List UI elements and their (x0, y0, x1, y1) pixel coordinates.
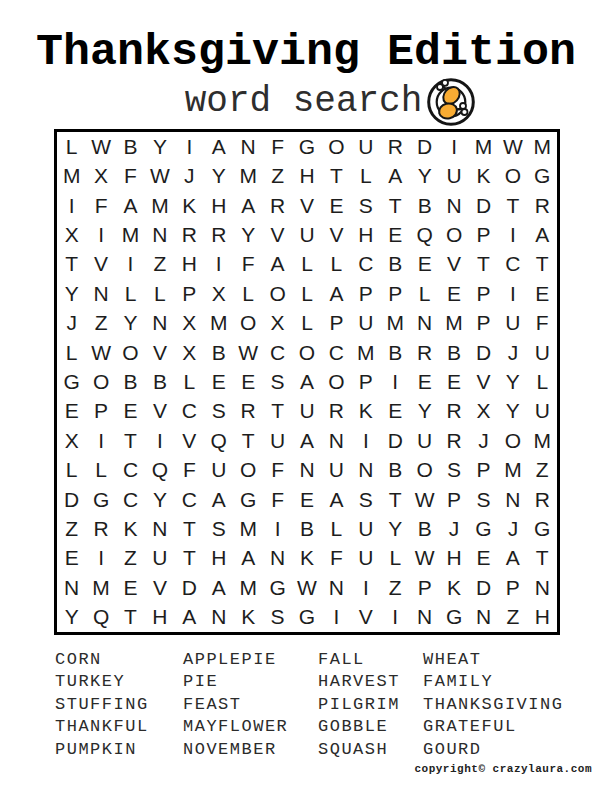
grid-cell-r6c6[interactable]: X (204, 279, 233, 308)
grid-cell-r13c17[interactable]: R (528, 485, 557, 514)
grid-cell-r7c7[interactable]: O (233, 308, 262, 337)
grid-cell-r2c4[interactable]: W (145, 161, 174, 190)
grid-cell-r12c2[interactable]: L (86, 456, 115, 485)
grid-cell-r16c12[interactable]: Z (381, 573, 410, 602)
grid-cell-r16c17[interactable]: N (528, 573, 557, 602)
grid-cell-r11c4[interactable]: I (145, 426, 174, 455)
grid-cell-r4c17[interactable]: A (528, 220, 557, 249)
grid-cell-r5c14[interactable]: V (439, 250, 468, 279)
grid-cell-r10c16[interactable]: Y (498, 397, 527, 426)
grid-cell-r2c10[interactable]: T (322, 161, 351, 190)
grid-cell-r10c10[interactable]: R (322, 397, 351, 426)
grid-cell-r14c7[interactable]: M (233, 514, 262, 543)
grid-cell-r12c17[interactable]: Z (528, 456, 557, 485)
grid-cell-r16c8[interactable]: G (263, 573, 292, 602)
grid-cell-r16c13[interactable]: P (410, 573, 439, 602)
grid-cell-r5c17[interactable]: T (528, 250, 557, 279)
word-list-item: STUFFING (55, 694, 149, 716)
grid-cell-r17c9[interactable]: G (292, 603, 321, 632)
grid-cell-r15c9[interactable]: K (292, 544, 321, 573)
grid-cell-r17c15[interactable]: N (469, 603, 498, 632)
grid-cell-r8c14[interactable]: B (439, 338, 468, 367)
grid-cell-r15c15[interactable]: E (469, 544, 498, 573)
grid-cell-r13c5[interactable]: C (175, 485, 204, 514)
grid-cell-r11c15[interactable]: J (469, 426, 498, 455)
grid-cell-r9c6[interactable]: E (204, 367, 233, 396)
grid-cell-r5c4[interactable]: Z (145, 250, 174, 279)
grid-cell-r15c6[interactable]: H (204, 544, 233, 573)
grid-cell-r1c2[interactable]: W (86, 132, 115, 161)
grid-cell-r13c12[interactable]: T (381, 485, 410, 514)
grid-cell-r9c12[interactable]: I (381, 367, 410, 396)
grid-cell-r7c6[interactable]: M (204, 308, 233, 337)
grid-cell-r7c15[interactable]: P (469, 308, 498, 337)
grid-cell-r3c5[interactable]: K (175, 191, 204, 220)
grid-cell-r10c5[interactable]: C (175, 397, 204, 426)
grid-cell-r13c3[interactable]: C (116, 485, 145, 514)
grid-cell-r10c4[interactable]: V (145, 397, 174, 426)
grid-cell-r13c15[interactable]: S (469, 485, 498, 514)
grid-cell-r1c8[interactable]: F (263, 132, 292, 161)
grid-cell-r6c11[interactable]: P (351, 279, 380, 308)
grid-cell-r14c4[interactable]: N (145, 514, 174, 543)
grid-cell-r15c3[interactable]: Z (116, 544, 145, 573)
grid-cell-r17c16[interactable]: Z (498, 603, 527, 632)
grid-cell-r11c1[interactable]: X (57, 426, 86, 455)
grid-cell-r10c7[interactable]: R (233, 397, 262, 426)
grid-cell-r3c7[interactable]: A (233, 191, 262, 220)
grid-cell-r11c3[interactable]: T (116, 426, 145, 455)
grid-cell-r2c5[interactable]: J (175, 161, 204, 190)
grid-cell-r1c6[interactable]: A (204, 132, 233, 161)
grid-cell-r15c17[interactable]: T (528, 544, 557, 573)
grid-cell-r2c7[interactable]: M (233, 161, 262, 190)
grid-cell-r16c5[interactable]: D (175, 573, 204, 602)
grid-cell-r14c15[interactable]: G (469, 514, 498, 543)
grid-cell-r17c13[interactable]: N (410, 603, 439, 632)
grid-cell-r7c4[interactable]: N (145, 308, 174, 337)
grid-cell-r8c3[interactable]: O (116, 338, 145, 367)
grid-cell-r13c7[interactable]: G (233, 485, 262, 514)
grid-cell-r14c9[interactable]: B (292, 514, 321, 543)
grid-cell-r16c14[interactable]: K (439, 573, 468, 602)
grid-cell-r14c12[interactable]: Y (381, 514, 410, 543)
grid-cell-r7c17[interactable]: F (528, 308, 557, 337)
grid-cell-r6c12[interactable]: P (381, 279, 410, 308)
grid-cell-r12c7[interactable]: O (233, 456, 262, 485)
grid-cell-r1c5[interactable]: I (175, 132, 204, 161)
grid-cell-r11c6[interactable]: Q (204, 426, 233, 455)
grid-cell-r9c14[interactable]: E (439, 367, 468, 396)
grid-cell-r13c13[interactable]: W (410, 485, 439, 514)
grid-cell-r8c15[interactable]: D (469, 338, 498, 367)
grid-cell-r10c14[interactable]: R (439, 397, 468, 426)
grid-cell-r16c11[interactable]: I (351, 573, 380, 602)
grid-cell-r9c9[interactable]: A (292, 367, 321, 396)
grid-cell-r16c3[interactable]: E (116, 573, 145, 602)
grid-cell-r1c1[interactable]: L (57, 132, 86, 161)
grid-cell-r8c7[interactable]: W (233, 338, 262, 367)
grid-cell-r5c10[interactable]: L (322, 250, 351, 279)
grid-cell-r5c3[interactable]: I (116, 250, 145, 279)
grid-cell-r13c9[interactable]: E (292, 485, 321, 514)
grid-cell-r15c7[interactable]: A (233, 544, 262, 573)
grid-cell-r9c7[interactable]: E (233, 367, 262, 396)
grid-cell-r11c10[interactable]: N (322, 426, 351, 455)
grid-cell-r2c6[interactable]: Y (204, 161, 233, 190)
grid-cell-r7c11[interactable]: U (351, 308, 380, 337)
grid-cell-r7c9[interactable]: L (292, 308, 321, 337)
grid-cell-r9c2[interactable]: O (86, 367, 115, 396)
grid-cell-r7c14[interactable]: M (439, 308, 468, 337)
grid-cell-r13c16[interactable]: N (498, 485, 527, 514)
grid-cell-r1c7[interactable]: N (233, 132, 262, 161)
grid-cell-r3c3[interactable]: A (116, 191, 145, 220)
grid-cell-r2c17[interactable]: G (528, 161, 557, 190)
grid-cell-r3c8[interactable]: R (263, 191, 292, 220)
grid-cell-r15c12[interactable]: L (381, 544, 410, 573)
grid-cell-r7c12[interactable]: M (381, 308, 410, 337)
grid-cell-r14c10[interactable]: L (322, 514, 351, 543)
subtitle-row: word search (0, 76, 612, 128)
word-list-item: FALL (318, 649, 400, 671)
grid-cell-r1c11[interactable]: U (351, 132, 380, 161)
grid-cell-r10c6[interactable]: S (204, 397, 233, 426)
grid-cell-r4c14[interactable]: O (439, 220, 468, 249)
grid-cell-r11c2[interactable]: I (86, 426, 115, 455)
grid-cell-r4c16[interactable]: I (498, 220, 527, 249)
grid-cell-r2c14[interactable]: U (439, 161, 468, 190)
grid-cell-r14c13[interactable]: B (410, 514, 439, 543)
grid-cell-r4c8[interactable]: V (263, 220, 292, 249)
word-list-item: MAYFLOWER (183, 716, 288, 738)
grid-cell-r9c5[interactable]: L (175, 367, 204, 396)
grid-cell-r12c1[interactable]: L (57, 456, 86, 485)
grid-cell-r9c11[interactable]: P (351, 367, 380, 396)
grid-cell-r16c16[interactable]: P (498, 573, 527, 602)
grid-cell-r5c6[interactable]: I (204, 250, 233, 279)
grid-cell-r4c11[interactable]: H (351, 220, 380, 249)
grid-cell-r12c9[interactable]: N (292, 456, 321, 485)
grid-cell-r12c6[interactable]: U (204, 456, 233, 485)
grid-cell-r7c3[interactable]: Y (116, 308, 145, 337)
word-list-item: GOBBLE (318, 716, 400, 738)
grid-cell-r5c8[interactable]: A (263, 250, 292, 279)
grid-cell-r12c4[interactable]: Q (145, 456, 174, 485)
grid-cell-r14c17[interactable]: G (528, 514, 557, 543)
grid-cell-r15c5[interactable]: T (175, 544, 204, 573)
grid-cell-r1c14[interactable]: I (439, 132, 468, 161)
grid-cell-r12c5[interactable]: F (175, 456, 204, 485)
grid-cell-r10c9[interactable]: U (292, 397, 321, 426)
grid-cell-r8c12[interactable]: B (381, 338, 410, 367)
grid-cell-r14c5[interactable]: T (175, 514, 204, 543)
grid-cell-r17c10[interactable]: I (322, 603, 351, 632)
grid-cell-r7c13[interactable]: N (410, 308, 439, 337)
grid-cell-r1c10[interactable]: O (322, 132, 351, 161)
grid-cell-r4c9[interactable]: U (292, 220, 321, 249)
grid-cell-r1c15[interactable]: M (469, 132, 498, 161)
grid-cell-r10c8[interactable]: T (263, 397, 292, 426)
grid-cell-r9c16[interactable]: Y (498, 367, 527, 396)
grid-cell-r2c16[interactable]: O (498, 161, 527, 190)
grid-cell-r4c1[interactable]: X (57, 220, 86, 249)
grid-cell-r8c17[interactable]: U (528, 338, 557, 367)
word-list-item: APPLEPIE (183, 649, 288, 671)
grid-cell-r15c8[interactable]: N (263, 544, 292, 573)
grid-cell-r1c13[interactable]: D (410, 132, 439, 161)
grid-cell-r6c16[interactable]: I (498, 279, 527, 308)
grid-cell-r3c17[interactable]: R (528, 191, 557, 220)
grid-cell-r5c2[interactable]: V (86, 250, 115, 279)
grid-cell-r3c1[interactable]: I (57, 191, 86, 220)
grid-cell-r6c10[interactable]: A (322, 279, 351, 308)
grid-cell-r8c6[interactable]: B (204, 338, 233, 367)
grid-cell-r8c16[interactable]: J (498, 338, 527, 367)
grid-cell-r8c13[interactable]: R (410, 338, 439, 367)
grid-cell-r9c10[interactable]: O (322, 367, 351, 396)
grid-cell-r13c6[interactable]: A (204, 485, 233, 514)
grid-cell-r5c12[interactable]: B (381, 250, 410, 279)
grid-cell-r12c15[interactable]: P (469, 456, 498, 485)
grid-cell-r2c3[interactable]: F (116, 161, 145, 190)
grid-cell-r8c9[interactable]: O (292, 338, 321, 367)
grid-cell-r1c16[interactable]: W (498, 132, 527, 161)
grid-cell-r14c14[interactable]: J (439, 514, 468, 543)
grid-cell-r10c13[interactable]: Y (410, 397, 439, 426)
grid-cell-r1c17[interactable]: M (528, 132, 557, 161)
grid-cell-r1c4[interactable]: Y (145, 132, 174, 161)
grid-cell-r2c9[interactable]: H (292, 161, 321, 190)
grid-cell-r2c1[interactable]: M (57, 161, 86, 190)
grid-cell-r5c13[interactable]: E (410, 250, 439, 279)
grid-cell-r3c15[interactable]: D (469, 191, 498, 220)
grid-cell-r8c2[interactable]: W (86, 338, 115, 367)
grid-cell-r13c14[interactable]: P (439, 485, 468, 514)
grid-cell-r4c6[interactable]: R (204, 220, 233, 249)
grid-cell-r16c15[interactable]: D (469, 573, 498, 602)
grid-cell-r5c15[interactable]: T (469, 250, 498, 279)
grid-cell-r2c2[interactable]: X (86, 161, 115, 190)
grid-cell-r12c13[interactable]: O (410, 456, 439, 485)
grid-cell-r17c14[interactable]: G (439, 603, 468, 632)
grid-cell-r2c13[interactable]: Y (410, 161, 439, 190)
grid-cell-r9c8[interactable]: S (263, 367, 292, 396)
grid-cell-r6c15[interactable]: P (469, 279, 498, 308)
grid-cell-r13c8[interactable]: F (263, 485, 292, 514)
grid-cell-r5c11[interactable]: C (351, 250, 380, 279)
grid-cell-r16c6[interactable]: A (204, 573, 233, 602)
grid-cell-r17c8[interactable]: S (263, 603, 292, 632)
grid-cell-r17c3[interactable]: T (116, 603, 145, 632)
grid-cell-r6c2[interactable]: N (86, 279, 115, 308)
grid-cell-r15c1[interactable]: E (57, 544, 86, 573)
word-list-item: THANKSGIVING (423, 694, 563, 716)
grid-cell-r15c16[interactable]: A (498, 544, 527, 573)
grid-cell-r10c3[interactable]: E (116, 397, 145, 426)
grid-cell-r15c4[interactable]: U (145, 544, 174, 573)
grid-cell-r4c13[interactable]: Q (410, 220, 439, 249)
grid-cell-r11c12[interactable]: D (381, 426, 410, 455)
grid-cell-r7c2[interactable]: Z (86, 308, 115, 337)
grid-cell-r5c9[interactable]: L (292, 250, 321, 279)
grid-cell-r16c7[interactable]: M (233, 573, 262, 602)
grid-cell-r4c4[interactable]: N (145, 220, 174, 249)
grid-cell-r15c13[interactable]: W (410, 544, 439, 573)
grid-cell-r4c2[interactable]: I (86, 220, 115, 249)
grid-cell-r7c10[interactable]: P (322, 308, 351, 337)
grid-cell-r7c1[interactable]: J (57, 308, 86, 337)
grid-cell-r10c17[interactable]: U (528, 397, 557, 426)
grid-cell-r10c12[interactable]: E (381, 397, 410, 426)
grid-cell-r4c12[interactable]: E (381, 220, 410, 249)
grid-cell-r8c10[interactable]: C (322, 338, 351, 367)
grid-cell-r10c1[interactable]: E (57, 397, 86, 426)
grid-cell-r6c9[interactable]: L (292, 279, 321, 308)
grid-cell-r17c12[interactable]: I (381, 603, 410, 632)
grid-cell-r3c13[interactable]: B (410, 191, 439, 220)
grid-cell-r1c9[interactable]: G (292, 132, 321, 161)
grid-cell-r5c7[interactable]: F (233, 250, 262, 279)
grid-cell-r11c14[interactable]: R (439, 426, 468, 455)
grid-cell-r12c8[interactable]: F (263, 456, 292, 485)
word-list-column-4: WHEATFAMILYTHANKSGIVINGGRATEFULGOURD (423, 649, 563, 761)
grid-cell-r11c7[interactable]: T (233, 426, 262, 455)
grid-cell-r11c9[interactable]: A (292, 426, 321, 455)
grid-cell-r6c7[interactable]: L (233, 279, 262, 308)
word-list-item: CORN (55, 649, 149, 671)
grid-cell-r4c10[interactable]: V (322, 220, 351, 249)
grid-cell-r16c4[interactable]: V (145, 573, 174, 602)
grid-cell-r17c7[interactable]: K (233, 603, 262, 632)
grid-cell-r1c12[interactable]: R (381, 132, 410, 161)
grid-cell-r6c5[interactable]: P (175, 279, 204, 308)
grid-cell-r12c10[interactable]: U (322, 456, 351, 485)
grid-cell-r3c14[interactable]: N (439, 191, 468, 220)
grid-cell-r12c12[interactable]: B (381, 456, 410, 485)
grid-cell-r8c11[interactable]: M (351, 338, 380, 367)
grid-cell-r9c15[interactable]: V (469, 367, 498, 396)
grid-cell-r7c5[interactable]: X (175, 308, 204, 337)
grid-cell-r6c3[interactable]: L (116, 279, 145, 308)
grid-cell-r12c16[interactable]: M (498, 456, 527, 485)
grid-cell-r2c11[interactable]: L (351, 161, 380, 190)
grid-cell-r5c1[interactable]: T (57, 250, 86, 279)
grid-cell-r17c2[interactable]: Q (86, 603, 115, 632)
grid-cell-r9c13[interactable]: E (410, 367, 439, 396)
grid-cell-r13c1[interactable]: D (57, 485, 86, 514)
word-list-item: PILGRIM (318, 694, 400, 716)
grid-cell-r15c10[interactable]: F (322, 544, 351, 573)
grid-cell-r3c6[interactable]: H (204, 191, 233, 220)
grid-cell-r12c3[interactable]: C (116, 456, 145, 485)
grid-cell-r14c3[interactable]: K (116, 514, 145, 543)
grid-cell-r15c14[interactable]: H (439, 544, 468, 573)
grid-cell-r11c13[interactable]: U (410, 426, 439, 455)
grid-cell-r17c11[interactable]: V (351, 603, 380, 632)
grid-cell-r3c10[interactable]: E (322, 191, 351, 220)
grid-cell-r11c5[interactable]: V (175, 426, 204, 455)
grid-cell-r3c2[interactable]: F (86, 191, 115, 220)
grid-cell-r2c15[interactable]: K (469, 161, 498, 190)
grid-cell-r9c4[interactable]: B (145, 367, 174, 396)
grid-cell-r10c11[interactable]: K (351, 397, 380, 426)
grid-cell-r14c16[interactable]: J (498, 514, 527, 543)
grid-cell-r16c1[interactable]: N (57, 573, 86, 602)
grid-cell-r13c11[interactable]: S (351, 485, 380, 514)
grid-cell-r6c8[interactable]: O (263, 279, 292, 308)
grid-cell-r14c2[interactable]: R (86, 514, 115, 543)
grid-cell-r11c16[interactable]: O (498, 426, 527, 455)
grid-cell-r4c15[interactable]: P (469, 220, 498, 249)
grid-cell-r15c11[interactable]: U (351, 544, 380, 573)
grid-cell-r3c4[interactable]: M (145, 191, 174, 220)
grid-cell-r14c1[interactable]: Z (57, 514, 86, 543)
grid-cell-r13c4[interactable]: Y (145, 485, 174, 514)
grid-cell-r9c17[interactable]: L (528, 367, 557, 396)
grid-cell-r10c15[interactable]: X (469, 397, 498, 426)
grid-cell-r4c7[interactable]: Y (233, 220, 262, 249)
grid-cell-r7c16[interactable]: U (498, 308, 527, 337)
grid-cell-r13c10[interactable]: A (322, 485, 351, 514)
grid-cell-r15c2[interactable]: I (86, 544, 115, 573)
grid-cell-r11c11[interactable]: I (351, 426, 380, 455)
grid-cell-r2c8[interactable]: Z (263, 161, 292, 190)
grid-cell-r14c8[interactable]: I (263, 514, 292, 543)
grid-cell-r14c6[interactable]: S (204, 514, 233, 543)
grid-cell-r8c4[interactable]: V (145, 338, 174, 367)
grid-cell-r12c14[interactable]: S (439, 456, 468, 485)
grid-cell-r8c5[interactable]: X (175, 338, 204, 367)
grid-cell-r5c5[interactable]: H (175, 250, 204, 279)
grid-cell-r9c3[interactable]: B (116, 367, 145, 396)
grid-cell-r6c4[interactable]: L (145, 279, 174, 308)
grid-cell-r8c1[interactable]: L (57, 338, 86, 367)
grid-cell-r17c6[interactable]: N (204, 603, 233, 632)
grid-cell-r13c2[interactable]: G (86, 485, 115, 514)
grid-cell-r17c1[interactable]: Y (57, 603, 86, 632)
grid-cell-r9c1[interactable]: G (57, 367, 86, 396)
grid-cell-r6c17[interactable]: E (528, 279, 557, 308)
grid-cell-r3c12[interactable]: T (381, 191, 410, 220)
grid-cell-r16c2[interactable]: M (86, 573, 115, 602)
grid-cell-r8c8[interactable]: C (263, 338, 292, 367)
grid-cell-r17c17[interactable]: H (528, 603, 557, 632)
grid-cell-r6c1[interactable]: Y (57, 279, 86, 308)
grid-cell-r7c8[interactable]: X (263, 308, 292, 337)
grid-cell-r17c5[interactable]: A (175, 603, 204, 632)
grid-cell-r11c17[interactable]: M (528, 426, 557, 455)
grid-cell-r1c3[interactable]: B (116, 132, 145, 161)
grid-cell-r16c10[interactable]: N (322, 573, 351, 602)
grid-cell-r5c16[interactable]: C (498, 250, 527, 279)
grid-cell-r6c14[interactable]: E (439, 279, 468, 308)
grid-cell-r4c5[interactable]: R (175, 220, 204, 249)
grid-cell-r4c3[interactable]: M (116, 220, 145, 249)
grid-cell-r3c11[interactable]: S (351, 191, 380, 220)
grid-cell-r12c11[interactable]: N (351, 456, 380, 485)
grid-cell-r6c13[interactable]: L (410, 279, 439, 308)
grid-cell-r16c9[interactable]: W (292, 573, 321, 602)
grid-cell-r3c16[interactable]: T (498, 191, 527, 220)
grid-cell-r14c11[interactable]: U (351, 514, 380, 543)
grid-cell-r2c12[interactable]: A (381, 161, 410, 190)
grid-cell-r10c2[interactable]: P (86, 397, 115, 426)
grid-cell-r17c4[interactable]: H (145, 603, 174, 632)
grid-cell-r3c9[interactable]: V (292, 191, 321, 220)
word-list-item: FAMILY (423, 671, 563, 693)
grid-cell-r11c8[interactable]: U (263, 426, 292, 455)
